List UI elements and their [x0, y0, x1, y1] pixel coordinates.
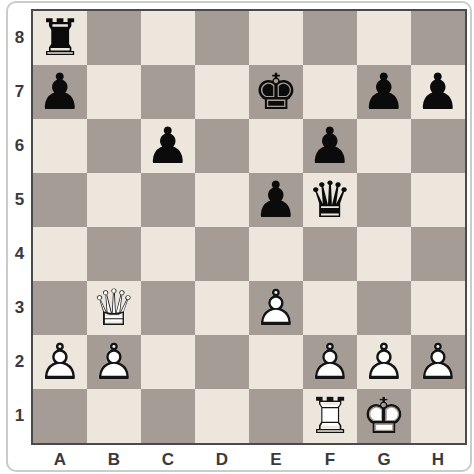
white-pawn-g2[interactable]: ♟♙ [357, 335, 411, 389]
rank-label-3: 3 [8, 281, 31, 335]
square-g1[interactable]: ♚♔ [357, 389, 411, 443]
square-a5[interactable] [33, 173, 87, 227]
square-a6[interactable] [33, 119, 87, 173]
square-b7[interactable] [87, 65, 141, 119]
square-e8[interactable] [249, 11, 303, 65]
black-pawn-g7[interactable]: ♟ [357, 65, 411, 119]
square-a1[interactable] [33, 389, 87, 443]
page: 87654321 ♜♟♚♟♟♟♟♟♛♛♕♟♙♟♙♟♙♟♙♟♙♟♙♜♖♚♔ ABC… [0, 0, 474, 474]
square-c2[interactable] [141, 335, 195, 389]
piece-glyph-outline: ♙ [33, 335, 87, 389]
square-a2[interactable]: ♟♙ [33, 335, 87, 389]
square-b2[interactable]: ♟♙ [87, 335, 141, 389]
square-h7[interactable]: ♟ [411, 65, 465, 119]
chess-diagram: 87654321 ♜♟♚♟♟♟♟♟♛♛♕♟♙♟♙♟♙♟♙♟♙♟♙♜♖♚♔ ABC… [8, 9, 467, 473]
file-label-a: A [33, 448, 87, 472]
square-a8[interactable]: ♜ [33, 11, 87, 65]
square-d8[interactable] [195, 11, 249, 65]
square-h8[interactable] [411, 11, 465, 65]
square-f2[interactable]: ♟♙ [303, 335, 357, 389]
square-e7[interactable]: ♚ [249, 65, 303, 119]
square-g6[interactable] [357, 119, 411, 173]
square-f7[interactable] [303, 65, 357, 119]
square-b5[interactable] [87, 173, 141, 227]
square-d5[interactable] [195, 173, 249, 227]
square-g8[interactable] [357, 11, 411, 65]
rank-label-6: 6 [8, 119, 31, 173]
square-d3[interactable] [195, 281, 249, 335]
rank-labels: 87654321 [8, 9, 31, 445]
white-pawn-f2[interactable]: ♟♙ [303, 335, 357, 389]
square-c4[interactable] [141, 227, 195, 281]
file-label-e: E [249, 448, 303, 472]
square-b4[interactable] [87, 227, 141, 281]
white-king-g1[interactable]: ♚♔ [357, 389, 411, 443]
rank-label-7: 7 [8, 65, 31, 119]
black-king-e7[interactable]: ♚ [249, 65, 303, 119]
rank-label-2: 2 [8, 335, 31, 389]
black-pawn-h7[interactable]: ♟ [411, 65, 465, 119]
square-d6[interactable] [195, 119, 249, 173]
white-pawn-e3[interactable]: ♟♙ [249, 281, 303, 335]
file-label-b: B [87, 448, 141, 472]
file-label-h: H [411, 448, 465, 472]
square-e2[interactable] [249, 335, 303, 389]
black-pawn-f6[interactable]: ♟ [303, 119, 357, 173]
square-b3[interactable]: ♛♕ [87, 281, 141, 335]
file-labels: ABCDEFGH [31, 445, 467, 473]
square-a4[interactable] [33, 227, 87, 281]
square-h6[interactable] [411, 119, 465, 173]
piece-glyph-outline: ♙ [249, 281, 303, 335]
black-rook-a8[interactable]: ♜ [33, 11, 87, 65]
square-b1[interactable] [87, 389, 141, 443]
square-c8[interactable] [141, 11, 195, 65]
square-d7[interactable] [195, 65, 249, 119]
black-queen-f5[interactable]: ♛ [303, 173, 357, 227]
file-label-d: D [195, 448, 249, 472]
square-f8[interactable] [303, 11, 357, 65]
square-d4[interactable] [195, 227, 249, 281]
square-a7[interactable]: ♟ [33, 65, 87, 119]
white-pawn-h2[interactable]: ♟♙ [411, 335, 465, 389]
square-g3[interactable] [357, 281, 411, 335]
square-c3[interactable] [141, 281, 195, 335]
square-g4[interactable] [357, 227, 411, 281]
piece-glyph-outline: ♕ [87, 281, 141, 335]
square-g7[interactable]: ♟ [357, 65, 411, 119]
square-f3[interactable] [303, 281, 357, 335]
white-rook-f1[interactable]: ♜♖ [303, 389, 357, 443]
piece-glyph-outline: ♖ [303, 389, 357, 443]
rank-label-8: 8 [8, 11, 31, 65]
file-label-g: G [357, 448, 411, 472]
square-h1[interactable] [411, 389, 465, 443]
white-pawn-b2[interactable]: ♟♙ [87, 335, 141, 389]
square-c5[interactable] [141, 173, 195, 227]
square-e4[interactable] [249, 227, 303, 281]
file-label-c: C [141, 448, 195, 472]
square-e3[interactable]: ♟♙ [249, 281, 303, 335]
piece-glyph-outline: ♙ [303, 335, 357, 389]
black-pawn-e5[interactable]: ♟ [249, 173, 303, 227]
piece-glyph-outline: ♙ [87, 335, 141, 389]
square-c7[interactable] [141, 65, 195, 119]
black-pawn-a7[interactable]: ♟ [33, 65, 87, 119]
white-pawn-a2[interactable]: ♟♙ [33, 335, 87, 389]
square-h4[interactable] [411, 227, 465, 281]
square-e5[interactable]: ♟ [249, 173, 303, 227]
square-f1[interactable]: ♜♖ [303, 389, 357, 443]
square-a3[interactable] [33, 281, 87, 335]
rank-label-1: 1 [8, 389, 31, 443]
square-e6[interactable] [249, 119, 303, 173]
chess-board[interactable]: ♜♟♚♟♟♟♟♟♛♛♕♟♙♟♙♟♙♟♙♟♙♟♙♜♖♚♔ [31, 9, 467, 445]
square-b8[interactable] [87, 11, 141, 65]
square-d1[interactable] [195, 389, 249, 443]
square-g2[interactable]: ♟♙ [357, 335, 411, 389]
square-g5[interactable] [357, 173, 411, 227]
square-f4[interactable] [303, 227, 357, 281]
square-b6[interactable] [87, 119, 141, 173]
file-label-f: F [303, 448, 357, 472]
square-h3[interactable] [411, 281, 465, 335]
square-f6[interactable]: ♟ [303, 119, 357, 173]
square-f5[interactable]: ♛ [303, 173, 357, 227]
square-h5[interactable] [411, 173, 465, 227]
square-h2[interactable]: ♟♙ [411, 335, 465, 389]
rank-label-4: 4 [8, 227, 31, 281]
white-queen-b3[interactable]: ♛♕ [87, 281, 141, 335]
square-e1[interactable] [249, 389, 303, 443]
piece-glyph-outline: ♔ [357, 389, 411, 443]
square-c6[interactable]: ♟ [141, 119, 195, 173]
rank-label-5: 5 [8, 173, 31, 227]
piece-glyph-outline: ♙ [357, 335, 411, 389]
piece-glyph-outline: ♙ [411, 335, 465, 389]
square-d2[interactable] [195, 335, 249, 389]
square-c1[interactable] [141, 389, 195, 443]
black-pawn-c6[interactable]: ♟ [141, 119, 195, 173]
